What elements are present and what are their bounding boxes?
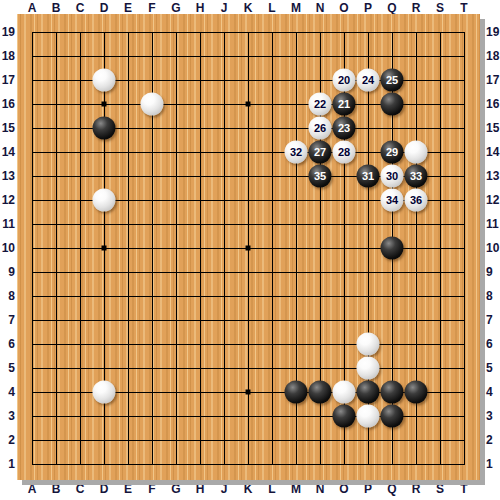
column-label-bottom-G: G	[164, 482, 188, 496]
row-label-left-5: 5	[0, 361, 15, 375]
column-label-bottom-M: M	[284, 482, 308, 496]
row-label-right-19: 19	[486, 25, 500, 39]
column-label-bottom-O: O	[332, 482, 356, 496]
row-label-right-4: 4	[486, 385, 500, 399]
move-number-24: 24	[362, 75, 374, 86]
column-label-top-C: C	[68, 1, 92, 15]
white-stone-M14: 32	[285, 141, 308, 164]
board-grid: 2024252221262332272829353130333436	[32, 32, 465, 465]
row-label-left-11: 11	[0, 217, 15, 231]
white-stone-R14	[405, 141, 428, 164]
white-stone-R12: 36	[405, 189, 428, 212]
column-label-bottom-T: T	[452, 482, 476, 496]
white-stone-O14: 28	[333, 141, 356, 164]
black-stone-D15	[93, 117, 116, 140]
black-stone-N14: 27	[309, 141, 332, 164]
row-label-right-9: 9	[486, 265, 500, 279]
row-label-left-9: 9	[0, 265, 15, 279]
white-stone-Q13: 30	[381, 165, 404, 188]
column-label-bottom-Q: Q	[380, 482, 404, 496]
column-label-bottom-S: S	[428, 482, 452, 496]
move-number-31: 31	[362, 171, 374, 182]
row-label-left-4: 4	[0, 385, 15, 399]
column-label-bottom-J: J	[212, 482, 236, 496]
row-label-left-15: 15	[0, 121, 15, 135]
white-stone-P17: 24	[357, 69, 380, 92]
move-number-27: 27	[314, 147, 326, 158]
black-stone-R4	[405, 381, 428, 404]
column-label-bottom-L: L	[260, 482, 284, 496]
row-label-right-14: 14	[486, 145, 500, 159]
column-label-bottom-E: E	[116, 482, 140, 496]
move-number-34: 34	[386, 195, 398, 206]
row-label-right-17: 17	[486, 73, 500, 87]
column-label-top-P: P	[356, 1, 380, 15]
row-label-right-1: 1	[486, 457, 500, 471]
black-stone-Q14: 29	[381, 141, 404, 164]
move-number-20: 20	[338, 75, 350, 86]
go-diagram-page: ABCDEFGHJKLMNOPQRST ABCDEFGHJKLMNOPQRST …	[0, 0, 500, 500]
row-label-left-17: 17	[0, 73, 15, 87]
column-label-bottom-F: F	[140, 482, 164, 496]
row-label-left-16: 16	[0, 97, 15, 111]
column-label-top-E: E	[116, 1, 140, 15]
move-number-23: 23	[338, 123, 350, 134]
row-label-right-13: 13	[486, 169, 500, 183]
black-stone-O3	[333, 405, 356, 428]
black-stone-Q3	[381, 405, 404, 428]
column-label-top-M: M	[284, 1, 308, 15]
row-label-left-2: 2	[0, 433, 15, 447]
column-label-top-T: T	[452, 1, 476, 15]
black-stone-Q4	[381, 381, 404, 404]
column-label-top-N: N	[308, 1, 332, 15]
row-label-left-7: 7	[0, 313, 15, 327]
white-stone-P5	[357, 357, 380, 380]
column-label-top-L: L	[260, 1, 284, 15]
row-label-left-10: 10	[0, 241, 15, 255]
row-label-left-13: 13	[0, 169, 15, 183]
row-label-left-8: 8	[0, 289, 15, 303]
move-number-29: 29	[386, 147, 398, 158]
black-stone-N4	[309, 381, 332, 404]
black-stone-R13: 33	[405, 165, 428, 188]
move-number-22: 22	[314, 99, 326, 110]
white-stone-D4	[93, 381, 116, 404]
column-label-top-S: S	[428, 1, 452, 15]
column-label-bottom-D: D	[92, 482, 116, 496]
column-label-bottom-K: K	[236, 482, 260, 496]
move-number-28: 28	[338, 147, 350, 158]
black-stone-O16: 21	[333, 93, 356, 116]
go-board[interactable]: 2024252221262332272829353130333436	[17, 14, 480, 480]
white-stone-N15: 26	[309, 117, 332, 140]
star-point	[102, 246, 107, 251]
column-label-top-J: J	[212, 1, 236, 15]
white-stone-D17	[93, 69, 116, 92]
move-number-36: 36	[410, 195, 422, 206]
move-number-33: 33	[410, 171, 422, 182]
column-label-top-B: B	[44, 1, 68, 15]
column-label-top-D: D	[92, 1, 116, 15]
black-stone-P4	[357, 381, 380, 404]
row-label-right-3: 3	[486, 409, 500, 423]
column-label-bottom-R: R	[404, 482, 428, 496]
row-label-right-6: 6	[486, 337, 500, 351]
white-stone-P6	[357, 333, 380, 356]
star-point	[246, 246, 251, 251]
black-stone-Q10	[381, 237, 404, 260]
column-label-top-H: H	[188, 1, 212, 15]
row-label-right-5: 5	[486, 361, 500, 375]
white-stone-O17: 20	[333, 69, 356, 92]
move-number-26: 26	[314, 123, 326, 134]
white-stone-O4	[333, 381, 356, 404]
row-label-left-1: 1	[0, 457, 15, 471]
column-label-top-G: G	[164, 1, 188, 15]
column-label-top-R: R	[404, 1, 428, 15]
row-label-right-2: 2	[486, 433, 500, 447]
white-stone-N16: 22	[309, 93, 332, 116]
star-point	[246, 102, 251, 107]
row-label-right-7: 7	[486, 313, 500, 327]
black-stone-P13: 31	[357, 165, 380, 188]
row-label-left-14: 14	[0, 145, 15, 159]
move-number-25: 25	[386, 75, 398, 86]
column-label-bottom-B: B	[44, 482, 68, 496]
row-label-right-8: 8	[486, 289, 500, 303]
white-stone-D12	[93, 189, 116, 212]
column-label-top-F: F	[140, 1, 164, 15]
column-label-bottom-A: A	[20, 482, 44, 496]
row-label-left-6: 6	[0, 337, 15, 351]
column-label-bottom-H: H	[188, 482, 212, 496]
row-label-right-16: 16	[486, 97, 500, 111]
black-stone-M4	[285, 381, 308, 404]
black-stone-N13: 35	[309, 165, 332, 188]
row-label-left-18: 18	[0, 49, 15, 63]
column-label-top-Q: Q	[380, 1, 404, 15]
row-label-right-10: 10	[486, 241, 500, 255]
white-stone-P3	[357, 405, 380, 428]
white-stone-F16	[141, 93, 164, 116]
white-stone-Q12: 34	[381, 189, 404, 212]
column-label-bottom-N: N	[308, 482, 332, 496]
row-label-left-19: 19	[0, 25, 15, 39]
row-label-right-15: 15	[486, 121, 500, 135]
move-number-30: 30	[386, 171, 398, 182]
row-label-right-11: 11	[486, 217, 500, 231]
column-label-bottom-P: P	[356, 482, 380, 496]
black-stone-O15: 23	[333, 117, 356, 140]
column-label-top-O: O	[332, 1, 356, 15]
black-stone-Q17: 25	[381, 69, 404, 92]
move-number-35: 35	[314, 171, 326, 182]
row-label-right-18: 18	[486, 49, 500, 63]
black-stone-Q16	[381, 93, 404, 116]
star-point	[102, 102, 107, 107]
row-label-right-12: 12	[486, 193, 500, 207]
column-label-top-K: K	[236, 1, 260, 15]
row-label-left-3: 3	[0, 409, 15, 423]
move-number-32: 32	[290, 147, 302, 158]
row-label-left-12: 12	[0, 193, 15, 207]
move-number-21: 21	[338, 99, 350, 110]
column-label-top-A: A	[20, 1, 44, 15]
column-label-bottom-C: C	[68, 482, 92, 496]
star-point	[246, 390, 251, 395]
